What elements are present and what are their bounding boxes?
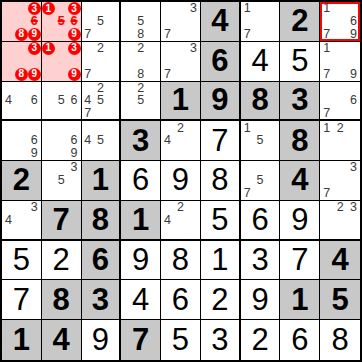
given-digit: 1 bbox=[161, 82, 200, 120]
cell-r1c4[interactable]: 58 bbox=[121, 2, 161, 42]
candidate-7: 7 bbox=[82, 107, 95, 120]
candidates: 25 bbox=[121, 82, 160, 120]
given-digit: 1 bbox=[280, 280, 319, 319]
candidate-5: 5 bbox=[94, 134, 107, 147]
solved-digit: 4 bbox=[241, 42, 280, 81]
candidates: 2457 bbox=[82, 82, 120, 120]
candidate-6: 6 bbox=[68, 94, 81, 107]
cell-r2c8[interactable]: 5 bbox=[280, 42, 320, 82]
candidate-3-circle: 3 bbox=[28, 2, 41, 15]
cell-r1c9[interactable]: 1679 bbox=[320, 2, 360, 42]
cell-r6c2[interactable]: 7 bbox=[42, 201, 82, 241]
candidate-6-strike: 6 bbox=[28, 15, 41, 28]
cell-r6c1[interactable]: 34 bbox=[2, 201, 42, 241]
candidate-3: 3 bbox=[187, 2, 200, 15]
cell-r2c9[interactable]: 179 bbox=[320, 42, 360, 82]
solved-digit: 8 bbox=[161, 241, 200, 280]
given-digit: 4 bbox=[42, 320, 81, 360]
candidate-9: 9 bbox=[347, 68, 360, 81]
candidates: 28 bbox=[121, 42, 160, 81]
red-circle-mark: 8 bbox=[15, 28, 28, 41]
candidate-7: 7 bbox=[320, 68, 333, 81]
candidates: 57 bbox=[82, 2, 120, 41]
solved-digit: 7 bbox=[2, 280, 41, 319]
solved-digit: 1 bbox=[201, 241, 239, 280]
cell-r2c6[interactable]: 6 bbox=[201, 42, 241, 82]
candidates: 1679 bbox=[320, 2, 360, 41]
candidates: 46 bbox=[2, 82, 41, 120]
candidate-1-circle: 1 bbox=[42, 2, 55, 15]
cell-r7c4[interactable]: 9 bbox=[121, 241, 161, 281]
candidate-1: 1 bbox=[320, 121, 333, 134]
candidate-9: 9 bbox=[347, 28, 360, 41]
candidates: 139 bbox=[42, 42, 81, 81]
given-digit: 3 bbox=[121, 121, 160, 160]
candidates: 37 bbox=[161, 42, 200, 81]
cell-r9c1[interactable]: 1 bbox=[2, 320, 42, 360]
candidate-7: 7 bbox=[320, 28, 333, 41]
candidate-2: 2 bbox=[94, 42, 107, 55]
red-circle-mark: 3 bbox=[68, 42, 81, 55]
given-digit: 9 bbox=[201, 82, 239, 120]
solved-digit: 6 bbox=[121, 161, 160, 200]
cell-r8c3[interactable]: 3 bbox=[82, 280, 122, 320]
cell-r5c4[interactable]: 6 bbox=[121, 161, 161, 201]
cell-r3c8[interactable]: 3 bbox=[280, 82, 320, 122]
given-digit: 8 bbox=[82, 201, 120, 239]
given-digit: 2 bbox=[280, 2, 319, 41]
candidates: 389 bbox=[2, 42, 41, 81]
candidate-2: 2 bbox=[174, 121, 187, 134]
cell-r7c1[interactable]: 5 bbox=[2, 241, 42, 281]
candidate-9-circle: 9 bbox=[68, 68, 81, 81]
cell-r7c3[interactable]: 6 bbox=[82, 241, 122, 281]
cell-r1c6[interactable]: 4 bbox=[201, 2, 241, 42]
candidate-7: 7 bbox=[241, 28, 254, 41]
cell-r5c7[interactable]: 57 bbox=[241, 161, 281, 201]
given-digit: 3 bbox=[82, 280, 120, 319]
candidates: 15 bbox=[241, 121, 280, 160]
cell-r5c6[interactable]: 8 bbox=[201, 161, 241, 201]
candidate-9-circle: 9 bbox=[28, 28, 41, 41]
cell-r1c8[interactable]: 2 bbox=[280, 2, 320, 42]
cell-r8c4[interactable]: 4 bbox=[121, 280, 161, 320]
candidate-6: 6 bbox=[28, 134, 41, 147]
candidate-4: 4 bbox=[82, 134, 95, 147]
cell-r1c1[interactable]: 3689 bbox=[2, 2, 42, 42]
candidate-3: 3 bbox=[347, 201, 360, 214]
candidate-7: 7 bbox=[82, 28, 95, 41]
candidate-1-circle: 1 bbox=[42, 42, 55, 55]
candidate-5: 5 bbox=[134, 15, 147, 28]
solved-digit: 8 bbox=[320, 320, 360, 360]
cell-r9c6[interactable]: 3 bbox=[201, 320, 241, 360]
cell-r3c9[interactable]: 67 bbox=[320, 82, 360, 122]
cell-r3c3[interactable]: 2457 bbox=[82, 82, 122, 122]
given-digit: 1 bbox=[2, 320, 41, 360]
red-circle-mark: 3 bbox=[28, 2, 41, 15]
cell-r4c9[interactable]: 12 bbox=[320, 121, 360, 161]
candidate-4: 4 bbox=[161, 134, 174, 147]
red-circle-mark: 8 bbox=[15, 68, 28, 81]
candidate-4: 4 bbox=[82, 94, 95, 107]
candidate-8-circle: 8 bbox=[15, 68, 28, 81]
given-digit: 3 bbox=[280, 82, 319, 120]
candidate-1: 1 bbox=[241, 121, 254, 134]
cell-r8c5[interactable]: 6 bbox=[161, 280, 201, 320]
solved-digit: 9 bbox=[280, 201, 319, 239]
cell-r7c6[interactable]: 1 bbox=[201, 241, 241, 281]
solved-digit: 3 bbox=[241, 241, 280, 280]
candidate-4: 4 bbox=[2, 213, 15, 226]
cell-r6c9[interactable]: 23 bbox=[320, 201, 360, 241]
given-digit: 7 bbox=[42, 201, 81, 239]
candidate-5: 5 bbox=[94, 15, 107, 28]
cell-r3c6[interactable]: 9 bbox=[201, 82, 241, 122]
cell-r9c9[interactable]: 8 bbox=[320, 320, 360, 360]
candidates: 45 bbox=[82, 121, 120, 160]
cell-r2c3[interactable]: 27 bbox=[82, 42, 122, 82]
candidate-2: 2 bbox=[174, 201, 187, 214]
candidate-7: 7 bbox=[82, 68, 95, 81]
cell-r5c1[interactable]: 2 bbox=[2, 161, 42, 201]
cell-r4c6[interactable]: 7 bbox=[201, 121, 241, 161]
cell-r6c8[interactable]: 9 bbox=[280, 201, 320, 241]
candidate-6: 6 bbox=[28, 94, 41, 107]
solved-digit: 6 bbox=[161, 280, 200, 319]
candidate-7: 7 bbox=[161, 68, 174, 81]
candidates: 58 bbox=[121, 2, 160, 41]
candidate-3: 3 bbox=[68, 161, 81, 174]
candidates: 13569 bbox=[42, 2, 81, 41]
candidate-8: 8 bbox=[134, 68, 147, 81]
candidates: 56 bbox=[42, 82, 81, 120]
red-circle-mark: 9 bbox=[28, 68, 41, 81]
candidate-2: 2 bbox=[333, 201, 346, 214]
candidate-6: 6 bbox=[68, 134, 81, 147]
cell-r9c3[interactable]: 9 bbox=[82, 320, 122, 360]
cell-r5c5[interactable]: 9 bbox=[161, 161, 201, 201]
solved-digit: 2 bbox=[201, 280, 239, 319]
cell-r9c2[interactable]: 4 bbox=[42, 320, 82, 360]
candidates: 12 bbox=[320, 121, 360, 160]
cell-r4c5[interactable]: 24 bbox=[161, 121, 201, 161]
given-digit: 4 bbox=[201, 2, 239, 41]
candidates: 17 bbox=[241, 2, 280, 41]
given-digit: 1 bbox=[121, 201, 160, 239]
candidate-8-circle: 8 bbox=[15, 28, 28, 41]
cell-r2c2[interactable]: 139 bbox=[42, 42, 82, 82]
candidate-9: 9 bbox=[68, 147, 81, 160]
candidate-9-circle: 9 bbox=[68, 28, 81, 41]
candidate-2: 2 bbox=[134, 42, 147, 55]
red-circle-mark: 1 bbox=[42, 42, 55, 55]
cell-r6c3[interactable]: 8 bbox=[82, 201, 122, 241]
solved-digit: 7 bbox=[280, 241, 319, 280]
cell-r9c7[interactable]: 2 bbox=[241, 320, 281, 360]
candidate-7: 7 bbox=[161, 28, 174, 41]
candidate-3-circle: 3 bbox=[68, 42, 81, 55]
candidates: 179 bbox=[320, 42, 360, 81]
cell-r4c4[interactable]: 3 bbox=[121, 121, 161, 161]
candidates: 69 bbox=[42, 121, 81, 160]
cell-r8c9[interactable]: 5 bbox=[320, 280, 360, 320]
candidates: 37 bbox=[320, 161, 360, 200]
red-circle-mark: 3 bbox=[68, 2, 81, 15]
cell-r1c2[interactable]: 13569 bbox=[42, 2, 82, 42]
solved-digit: 8 bbox=[201, 161, 239, 200]
cell-r4c2[interactable]: 69 bbox=[42, 121, 82, 161]
solved-digit: 6 bbox=[280, 320, 319, 360]
cell-r8c7[interactable]: 9 bbox=[241, 280, 281, 320]
cell-r5c8[interactable]: 4 bbox=[280, 161, 320, 201]
solved-digit: 3 bbox=[201, 320, 239, 360]
candidates: 24 bbox=[161, 201, 200, 239]
candidate-5-strike: 5 bbox=[55, 15, 68, 28]
solved-digit: 9 bbox=[241, 280, 280, 319]
cell-r5c3[interactable]: 1 bbox=[82, 161, 122, 201]
cell-r8c6[interactable]: 2 bbox=[201, 280, 241, 320]
candidate-9-circle: 9 bbox=[28, 68, 41, 81]
cell-r4c7[interactable]: 15 bbox=[241, 121, 281, 161]
cell-r8c8[interactable]: 1 bbox=[280, 280, 320, 320]
candidate-3: 3 bbox=[187, 42, 200, 55]
candidate-1: 1 bbox=[320, 42, 333, 55]
solved-digit: 7 bbox=[201, 121, 239, 160]
candidate-5: 5 bbox=[55, 174, 68, 187]
candidate-9: 9 bbox=[28, 147, 41, 160]
red-circle-mark: 1 bbox=[42, 2, 55, 15]
cell-r6c7[interactable]: 6 bbox=[241, 201, 281, 241]
candidate-3-circle: 3 bbox=[68, 2, 81, 15]
cell-r2c4[interactable]: 28 bbox=[121, 42, 161, 82]
candidate-3-circle: 3 bbox=[28, 42, 41, 55]
red-circle-mark: 3 bbox=[28, 42, 41, 55]
candidate-3: 3 bbox=[347, 161, 360, 174]
solved-digit: 6 bbox=[241, 201, 280, 239]
candidate-7: 7 bbox=[320, 107, 333, 120]
candidate-5: 5 bbox=[94, 94, 107, 107]
cell-r7c9[interactable]: 4 bbox=[320, 241, 360, 281]
solved-digit: 9 bbox=[82, 320, 120, 360]
candidates: 34 bbox=[2, 201, 41, 239]
candidate-8: 8 bbox=[134, 28, 147, 41]
given-digit: 5 bbox=[320, 280, 360, 319]
cell-r4c8[interactable]: 8 bbox=[280, 121, 320, 161]
given-digit: 1 bbox=[82, 161, 120, 200]
candidates: 35 bbox=[42, 161, 81, 200]
cell-r5c2[interactable]: 35 bbox=[42, 161, 82, 201]
given-digit: 8 bbox=[42, 280, 81, 319]
cell-r9c5[interactable]: 5 bbox=[161, 320, 201, 360]
candidate-6-strike: 6 bbox=[68, 15, 81, 28]
cell-r9c4[interactable]: 7 bbox=[121, 320, 161, 360]
solved-digit: 9 bbox=[121, 241, 160, 280]
candidates: 67 bbox=[320, 82, 360, 120]
solved-digit: 5 bbox=[201, 201, 239, 239]
candidates: 27 bbox=[82, 42, 120, 81]
cell-r8c2[interactable]: 8 bbox=[42, 280, 82, 320]
cell-r7c2[interactable]: 2 bbox=[42, 241, 82, 281]
red-circle-mark: 9 bbox=[68, 28, 81, 41]
candidate-4: 4 bbox=[161, 213, 174, 226]
sudoku-board: 3689135695758374172167938913927283764517… bbox=[0, 0, 362, 362]
candidate-5: 5 bbox=[254, 134, 267, 147]
cell-r6c6[interactable]: 5 bbox=[201, 201, 241, 241]
candidate-3: 3 bbox=[28, 201, 41, 214]
solved-digit: 5 bbox=[2, 241, 41, 280]
red-circle-mark: 9 bbox=[28, 28, 41, 41]
candidate-1: 1 bbox=[320, 2, 333, 15]
cell-r3c2[interactable]: 56 bbox=[42, 82, 82, 122]
cell-r7c5[interactable]: 8 bbox=[161, 241, 201, 281]
red-circle-mark: 9 bbox=[68, 68, 81, 81]
cell-r1c5[interactable]: 37 bbox=[161, 2, 201, 42]
cell-r3c5[interactable]: 1 bbox=[161, 82, 201, 122]
cell-r3c4[interactable]: 25 bbox=[121, 82, 161, 122]
candidate-6: 6 bbox=[347, 94, 360, 107]
given-digit: 7 bbox=[121, 320, 160, 360]
given-digit: 6 bbox=[201, 42, 239, 81]
candidate-5: 5 bbox=[55, 94, 68, 107]
candidates: 69 bbox=[2, 121, 41, 160]
solved-digit: 2 bbox=[42, 241, 81, 280]
cell-r4c1[interactable]: 69 bbox=[2, 121, 42, 161]
given-digit: 6 bbox=[82, 241, 120, 280]
cell-r4c3[interactable]: 45 bbox=[82, 121, 122, 161]
given-digit: 2 bbox=[2, 161, 41, 200]
cell-r8c1[interactable]: 7 bbox=[2, 280, 42, 320]
candidate-4: 4 bbox=[2, 94, 15, 107]
cell-r2c5[interactable]: 37 bbox=[161, 42, 201, 82]
solved-digit: 5 bbox=[280, 42, 319, 81]
candidate-5: 5 bbox=[254, 174, 267, 187]
cell-r1c7[interactable]: 17 bbox=[241, 2, 281, 42]
cell-r2c7[interactable]: 4 bbox=[241, 42, 281, 82]
given-digit: 8 bbox=[241, 82, 280, 120]
candidates: 3689 bbox=[2, 2, 41, 41]
solved-digit: 4 bbox=[121, 280, 160, 319]
candidate-2: 2 bbox=[333, 121, 346, 134]
candidates: 37 bbox=[161, 2, 200, 41]
solved-digit: 5 bbox=[161, 320, 200, 360]
cell-r7c8[interactable]: 7 bbox=[280, 241, 320, 281]
given-digit: 4 bbox=[320, 241, 360, 280]
cell-r6c5[interactable]: 24 bbox=[161, 201, 201, 241]
cell-r1c3[interactable]: 57 bbox=[82, 2, 122, 42]
solved-digit: 9 bbox=[161, 161, 200, 200]
candidates: 57 bbox=[241, 161, 280, 200]
cell-r3c1[interactable]: 46 bbox=[2, 82, 42, 122]
cell-r3c7[interactable]: 8 bbox=[241, 82, 281, 122]
cell-r2c1[interactable]: 389 bbox=[2, 42, 42, 82]
candidates: 24 bbox=[161, 121, 200, 160]
solved-digit: 2 bbox=[241, 320, 280, 360]
candidate-6: 6 bbox=[347, 15, 360, 28]
candidate-1: 1 bbox=[241, 2, 254, 15]
candidate-7: 7 bbox=[241, 187, 254, 200]
candidate-7: 7 bbox=[320, 187, 333, 200]
cell-r9c8[interactable]: 6 bbox=[280, 320, 320, 360]
candidates: 23 bbox=[320, 201, 360, 239]
given-digit: 4 bbox=[280, 161, 319, 200]
given-digit: 8 bbox=[280, 121, 319, 160]
cell-r5c9[interactable]: 37 bbox=[320, 161, 360, 201]
cell-r6c4[interactable]: 1 bbox=[121, 201, 161, 241]
cell-r7c7[interactable]: 3 bbox=[241, 241, 281, 281]
candidate-5: 5 bbox=[134, 94, 147, 107]
